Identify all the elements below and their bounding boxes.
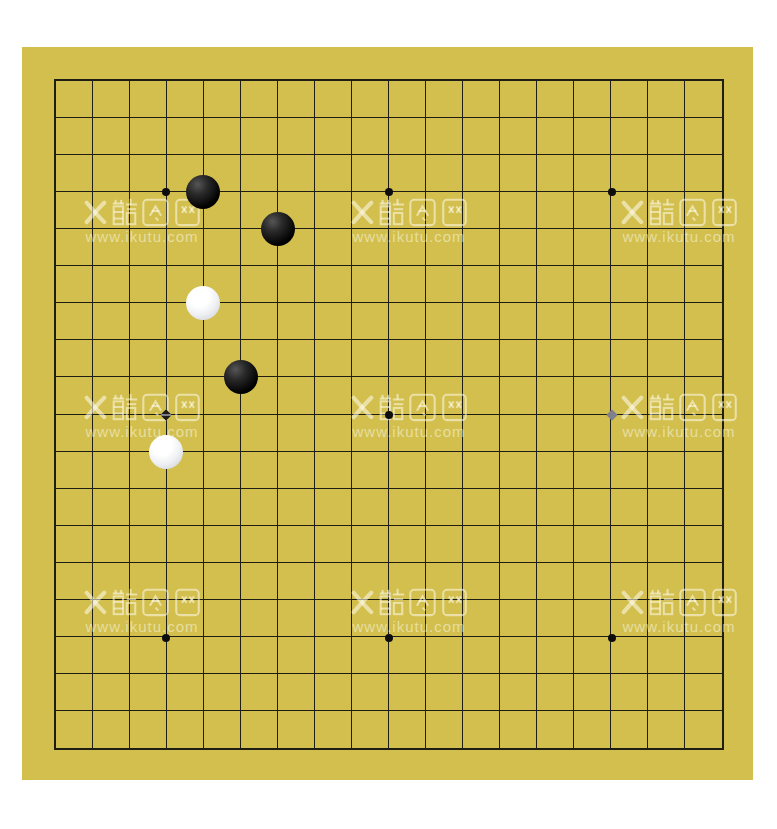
board-cell[interactable] bbox=[500, 600, 537, 637]
board-cell[interactable] bbox=[352, 81, 389, 118]
board-cell[interactable] bbox=[278, 81, 315, 118]
board-cell[interactable] bbox=[426, 563, 463, 600]
board-cell[interactable] bbox=[315, 489, 352, 526]
board-cell[interactable] bbox=[537, 489, 574, 526]
board-cell[interactable] bbox=[167, 340, 204, 377]
board-cell[interactable] bbox=[500, 192, 537, 229]
board-cell[interactable] bbox=[130, 674, 167, 711]
board-cell[interactable] bbox=[426, 674, 463, 711]
board-cell[interactable] bbox=[204, 526, 241, 563]
board-cell[interactable] bbox=[537, 415, 574, 452]
board-cell[interactable] bbox=[463, 489, 500, 526]
board-cell[interactable] bbox=[130, 489, 167, 526]
board-cell[interactable] bbox=[204, 415, 241, 452]
board-cell[interactable] bbox=[685, 563, 722, 600]
board-cell[interactable] bbox=[315, 81, 352, 118]
board-cell[interactable] bbox=[611, 155, 648, 192]
board-cell[interactable] bbox=[611, 600, 648, 637]
board-cell[interactable] bbox=[574, 377, 611, 414]
board-cell[interactable] bbox=[389, 118, 426, 155]
board-cell[interactable] bbox=[574, 674, 611, 711]
board-cell[interactable] bbox=[685, 377, 722, 414]
board-cell[interactable] bbox=[315, 192, 352, 229]
board-cell[interactable] bbox=[315, 563, 352, 600]
board-cell[interactable] bbox=[56, 340, 93, 377]
board-cell[interactable] bbox=[241, 563, 278, 600]
board-cell[interactable] bbox=[56, 415, 93, 452]
board-cell[interactable] bbox=[241, 118, 278, 155]
board-cell[interactable] bbox=[278, 637, 315, 674]
board-cell[interactable] bbox=[352, 415, 389, 452]
board-cell[interactable] bbox=[204, 81, 241, 118]
board-cell[interactable] bbox=[167, 229, 204, 266]
board-cell[interactable] bbox=[204, 118, 241, 155]
board-cell[interactable] bbox=[130, 303, 167, 340]
board-cell[interactable] bbox=[130, 155, 167, 192]
board-cell[interactable] bbox=[93, 340, 130, 377]
board-cell[interactable] bbox=[352, 711, 389, 748]
board-cell[interactable] bbox=[685, 81, 722, 118]
white-stone[interactable] bbox=[149, 435, 183, 469]
board-cell[interactable] bbox=[537, 452, 574, 489]
board-cell[interactable] bbox=[500, 377, 537, 414]
board-cell[interactable] bbox=[685, 711, 722, 748]
board-cell[interactable] bbox=[167, 81, 204, 118]
board-cell[interactable] bbox=[611, 711, 648, 748]
board-cell[interactable] bbox=[648, 526, 685, 563]
board-cell[interactable] bbox=[648, 192, 685, 229]
board-cell[interactable] bbox=[56, 674, 93, 711]
board-cell[interactable] bbox=[574, 266, 611, 303]
board-cell[interactable] bbox=[648, 81, 685, 118]
board-cell[interactable] bbox=[537, 711, 574, 748]
board-cell[interactable] bbox=[611, 303, 648, 340]
board-cell[interactable] bbox=[241, 489, 278, 526]
board-cell[interactable] bbox=[611, 415, 648, 452]
board-cell[interactable] bbox=[352, 452, 389, 489]
board-cell[interactable] bbox=[574, 81, 611, 118]
board-cell[interactable] bbox=[167, 563, 204, 600]
board-cell[interactable] bbox=[389, 377, 426, 414]
board-cell[interactable] bbox=[537, 303, 574, 340]
board-cell[interactable] bbox=[278, 452, 315, 489]
board-cell[interactable] bbox=[426, 229, 463, 266]
board-cell[interactable] bbox=[241, 155, 278, 192]
board-cell[interactable] bbox=[685, 118, 722, 155]
board-cell[interactable] bbox=[130, 266, 167, 303]
board-cell[interactable] bbox=[204, 637, 241, 674]
board-cell[interactable] bbox=[389, 192, 426, 229]
board-cell[interactable] bbox=[167, 377, 204, 414]
board-cell[interactable] bbox=[241, 637, 278, 674]
board-cell[interactable] bbox=[426, 266, 463, 303]
board-cell[interactable] bbox=[167, 118, 204, 155]
board-cell[interactable] bbox=[278, 711, 315, 748]
board-cell[interactable] bbox=[278, 303, 315, 340]
board-cell[interactable] bbox=[241, 303, 278, 340]
board-cell[interactable] bbox=[241, 600, 278, 637]
board-cell[interactable] bbox=[648, 674, 685, 711]
board-cell[interactable] bbox=[685, 674, 722, 711]
board-cell[interactable] bbox=[93, 192, 130, 229]
board-cell[interactable] bbox=[389, 489, 426, 526]
board-cell[interactable] bbox=[463, 340, 500, 377]
board-cell[interactable] bbox=[278, 377, 315, 414]
board-cell[interactable] bbox=[315, 415, 352, 452]
board-cell[interactable] bbox=[500, 489, 537, 526]
board-cell[interactable] bbox=[352, 340, 389, 377]
board-cell[interactable] bbox=[574, 340, 611, 377]
board-cell[interactable] bbox=[352, 377, 389, 414]
board-cell[interactable] bbox=[56, 452, 93, 489]
board-cell[interactable] bbox=[611, 229, 648, 266]
black-stone[interactable] bbox=[186, 175, 220, 209]
board-cell[interactable] bbox=[278, 489, 315, 526]
board-cell[interactable] bbox=[463, 674, 500, 711]
board-cell[interactable] bbox=[241, 452, 278, 489]
board-cell[interactable] bbox=[611, 674, 648, 711]
board-cell[interactable] bbox=[315, 452, 352, 489]
board-cell[interactable] bbox=[389, 563, 426, 600]
board-cell[interactable] bbox=[611, 81, 648, 118]
board-cell[interactable] bbox=[611, 118, 648, 155]
board-cell[interactable] bbox=[426, 600, 463, 637]
board-cell[interactable] bbox=[574, 711, 611, 748]
board-cell[interactable] bbox=[537, 155, 574, 192]
board-cell[interactable] bbox=[56, 229, 93, 266]
board-cell[interactable] bbox=[463, 600, 500, 637]
board-cell[interactable] bbox=[648, 340, 685, 377]
board-cell[interactable] bbox=[352, 118, 389, 155]
board-cell[interactable] bbox=[241, 81, 278, 118]
board-cell[interactable] bbox=[648, 377, 685, 414]
board-cell[interactable] bbox=[56, 711, 93, 748]
board-cell[interactable] bbox=[426, 303, 463, 340]
board-cell[interactable] bbox=[611, 489, 648, 526]
board-cell[interactable] bbox=[426, 377, 463, 414]
black-stone[interactable] bbox=[224, 360, 258, 394]
board-cell[interactable] bbox=[352, 192, 389, 229]
board-cell[interactable] bbox=[241, 526, 278, 563]
board-cell[interactable] bbox=[241, 711, 278, 748]
board-cell[interactable] bbox=[389, 303, 426, 340]
board-cell[interactable] bbox=[463, 155, 500, 192]
board-cell[interactable] bbox=[93, 155, 130, 192]
board-cell[interactable] bbox=[426, 489, 463, 526]
board-cell[interactable] bbox=[537, 192, 574, 229]
board-cell[interactable] bbox=[611, 526, 648, 563]
board-cell[interactable] bbox=[315, 303, 352, 340]
board-cell[interactable] bbox=[685, 637, 722, 674]
board-cell[interactable] bbox=[56, 155, 93, 192]
board-cell[interactable] bbox=[574, 452, 611, 489]
board-cell[interactable] bbox=[685, 415, 722, 452]
board-cell[interactable] bbox=[130, 711, 167, 748]
board-cell[interactable] bbox=[352, 229, 389, 266]
board-cell[interactable] bbox=[648, 600, 685, 637]
board-cell[interactable] bbox=[685, 452, 722, 489]
board-cell[interactable] bbox=[315, 526, 352, 563]
board-cell[interactable] bbox=[463, 452, 500, 489]
board-cell[interactable] bbox=[93, 303, 130, 340]
board-cell[interactable] bbox=[463, 563, 500, 600]
board-cell[interactable] bbox=[204, 563, 241, 600]
board-cell[interactable] bbox=[389, 415, 426, 452]
board-cell[interactable] bbox=[685, 600, 722, 637]
board-cell[interactable] bbox=[426, 452, 463, 489]
board-cell[interactable] bbox=[93, 81, 130, 118]
board-cell[interactable] bbox=[56, 192, 93, 229]
board-cell[interactable] bbox=[167, 637, 204, 674]
board-cell[interactable] bbox=[93, 415, 130, 452]
board-cell[interactable] bbox=[278, 155, 315, 192]
board-cell[interactable] bbox=[611, 637, 648, 674]
board-cell[interactable] bbox=[352, 674, 389, 711]
board-cell[interactable] bbox=[315, 711, 352, 748]
board-cell[interactable] bbox=[130, 526, 167, 563]
board-cell[interactable] bbox=[56, 489, 93, 526]
board-cell[interactable] bbox=[315, 674, 352, 711]
board-cell[interactable] bbox=[648, 563, 685, 600]
board-cell[interactable] bbox=[574, 118, 611, 155]
board-cell[interactable] bbox=[130, 118, 167, 155]
board-cell[interactable] bbox=[500, 711, 537, 748]
board-cell[interactable] bbox=[315, 637, 352, 674]
board-cell[interactable] bbox=[93, 377, 130, 414]
board-cell[interactable] bbox=[463, 266, 500, 303]
board-cell[interactable] bbox=[685, 155, 722, 192]
board-cell[interactable] bbox=[537, 674, 574, 711]
board-cell[interactable] bbox=[204, 489, 241, 526]
board-cell[interactable] bbox=[426, 81, 463, 118]
board-cell[interactable] bbox=[93, 489, 130, 526]
board-cell[interactable] bbox=[611, 377, 648, 414]
board-cell[interactable] bbox=[315, 600, 352, 637]
board-cell[interactable] bbox=[537, 229, 574, 266]
board-cell[interactable] bbox=[611, 340, 648, 377]
board-cell[interactable] bbox=[500, 637, 537, 674]
board-cell[interactable] bbox=[648, 229, 685, 266]
board-cell[interactable] bbox=[278, 340, 315, 377]
board-cell[interactable] bbox=[574, 229, 611, 266]
board-cell[interactable] bbox=[167, 489, 204, 526]
board-cell[interactable] bbox=[648, 303, 685, 340]
board-cell[interactable] bbox=[167, 711, 204, 748]
board-cell[interactable] bbox=[278, 600, 315, 637]
board-cell[interactable] bbox=[574, 526, 611, 563]
board-cell[interactable] bbox=[130, 600, 167, 637]
board-cell[interactable] bbox=[685, 303, 722, 340]
board-cell[interactable] bbox=[204, 711, 241, 748]
board-cell[interactable] bbox=[500, 155, 537, 192]
board-cell[interactable] bbox=[463, 192, 500, 229]
board-cell[interactable] bbox=[93, 711, 130, 748]
board-cell[interactable] bbox=[315, 266, 352, 303]
board-cell[interactable] bbox=[500, 526, 537, 563]
board-cell[interactable] bbox=[389, 674, 426, 711]
board-cell[interactable] bbox=[648, 155, 685, 192]
board-cell[interactable] bbox=[93, 266, 130, 303]
board-cell[interactable] bbox=[93, 452, 130, 489]
board-cell[interactable] bbox=[352, 155, 389, 192]
board-cell[interactable] bbox=[204, 452, 241, 489]
board-cell[interactable] bbox=[352, 600, 389, 637]
board-cell[interactable] bbox=[500, 266, 537, 303]
board-cell[interactable] bbox=[574, 192, 611, 229]
board-cell[interactable] bbox=[426, 192, 463, 229]
board-cell[interactable] bbox=[167, 526, 204, 563]
board-cell[interactable] bbox=[463, 303, 500, 340]
board-cell[interactable] bbox=[500, 340, 537, 377]
board-cell[interactable] bbox=[130, 192, 167, 229]
board-cell[interactable] bbox=[574, 489, 611, 526]
board-cell[interactable] bbox=[648, 415, 685, 452]
board-cell[interactable] bbox=[463, 711, 500, 748]
board-cell[interactable] bbox=[685, 192, 722, 229]
board-cell[interactable] bbox=[537, 118, 574, 155]
board-cell[interactable] bbox=[130, 81, 167, 118]
board-cell[interactable] bbox=[611, 452, 648, 489]
board-cell[interactable] bbox=[500, 81, 537, 118]
board-cell[interactable] bbox=[352, 266, 389, 303]
board-cell[interactable] bbox=[93, 637, 130, 674]
white-stone[interactable] bbox=[186, 286, 220, 320]
board-cell[interactable] bbox=[537, 600, 574, 637]
board-cell[interactable] bbox=[389, 711, 426, 748]
board-cell[interactable] bbox=[315, 340, 352, 377]
board-cell[interactable] bbox=[685, 266, 722, 303]
board-cell[interactable] bbox=[648, 711, 685, 748]
board-cell[interactable] bbox=[389, 452, 426, 489]
board-cell[interactable] bbox=[241, 415, 278, 452]
board-cell[interactable] bbox=[463, 415, 500, 452]
board-cell[interactable] bbox=[648, 637, 685, 674]
board-cell[interactable] bbox=[56, 81, 93, 118]
board-cell[interactable] bbox=[352, 637, 389, 674]
board-cell[interactable] bbox=[130, 340, 167, 377]
board-cell[interactable] bbox=[93, 526, 130, 563]
board-cell[interactable] bbox=[315, 377, 352, 414]
board-cell[interactable] bbox=[500, 118, 537, 155]
board-cell[interactable] bbox=[278, 563, 315, 600]
board-cell[interactable] bbox=[56, 563, 93, 600]
board-cell[interactable] bbox=[574, 155, 611, 192]
board-cell[interactable] bbox=[93, 229, 130, 266]
board-cell[interactable] bbox=[537, 377, 574, 414]
board-cell[interactable] bbox=[93, 674, 130, 711]
board-cell[interactable] bbox=[93, 563, 130, 600]
board-cell[interactable] bbox=[167, 600, 204, 637]
board-cell[interactable] bbox=[648, 266, 685, 303]
board-cell[interactable] bbox=[426, 526, 463, 563]
board-cell[interactable] bbox=[389, 266, 426, 303]
board-cell[interactable] bbox=[56, 377, 93, 414]
board-cell[interactable] bbox=[685, 526, 722, 563]
board-cell[interactable] bbox=[426, 340, 463, 377]
board-cell[interactable] bbox=[574, 600, 611, 637]
board-cell[interactable] bbox=[389, 637, 426, 674]
board-cell[interactable] bbox=[130, 637, 167, 674]
board-cell[interactable] bbox=[611, 266, 648, 303]
board-cell[interactable] bbox=[426, 637, 463, 674]
board-cell[interactable] bbox=[611, 563, 648, 600]
board-cell[interactable] bbox=[56, 637, 93, 674]
board-cell[interactable] bbox=[685, 489, 722, 526]
board-cell[interactable] bbox=[537, 526, 574, 563]
board-cell[interactable] bbox=[648, 489, 685, 526]
board-cell[interactable] bbox=[463, 526, 500, 563]
board-cell[interactable] bbox=[315, 155, 352, 192]
board-cell[interactable] bbox=[500, 452, 537, 489]
board-cell[interactable] bbox=[389, 81, 426, 118]
board-cell[interactable] bbox=[463, 229, 500, 266]
board-cell[interactable] bbox=[648, 452, 685, 489]
board-cell[interactable] bbox=[241, 674, 278, 711]
board-cell[interactable] bbox=[204, 229, 241, 266]
board-cell[interactable] bbox=[278, 266, 315, 303]
board-cell[interactable] bbox=[500, 563, 537, 600]
board-cell[interactable] bbox=[463, 377, 500, 414]
board-cell[interactable] bbox=[389, 526, 426, 563]
board-cell[interactable] bbox=[315, 118, 352, 155]
board-cell[interactable] bbox=[56, 600, 93, 637]
board-cell[interactable] bbox=[352, 563, 389, 600]
board-cell[interactable] bbox=[426, 415, 463, 452]
board-cell[interactable] bbox=[56, 303, 93, 340]
board-cell[interactable] bbox=[130, 229, 167, 266]
board-cell[interactable] bbox=[93, 600, 130, 637]
board-cell[interactable] bbox=[204, 674, 241, 711]
board-cell[interactable] bbox=[315, 229, 352, 266]
board-cell[interactable] bbox=[426, 155, 463, 192]
board-cell[interactable] bbox=[389, 600, 426, 637]
board-cell[interactable] bbox=[389, 340, 426, 377]
board-cell[interactable] bbox=[167, 674, 204, 711]
board-cell[interactable] bbox=[537, 637, 574, 674]
board-cell[interactable] bbox=[278, 526, 315, 563]
board-cell[interactable] bbox=[500, 229, 537, 266]
board-cell[interactable] bbox=[574, 415, 611, 452]
board-cell[interactable] bbox=[426, 711, 463, 748]
board-cell[interactable] bbox=[241, 266, 278, 303]
board-cell[interactable] bbox=[389, 155, 426, 192]
board-cell[interactable] bbox=[500, 674, 537, 711]
board-cell[interactable] bbox=[130, 563, 167, 600]
board-grid[interactable] bbox=[54, 79, 724, 750]
board-cell[interactable] bbox=[278, 674, 315, 711]
board-cell[interactable] bbox=[278, 118, 315, 155]
board-cell[interactable] bbox=[685, 229, 722, 266]
board-cell[interactable] bbox=[648, 118, 685, 155]
board-cell[interactable] bbox=[204, 600, 241, 637]
board-cell[interactable] bbox=[611, 192, 648, 229]
board-cell[interactable] bbox=[537, 266, 574, 303]
board-cell[interactable] bbox=[574, 563, 611, 600]
board-cell[interactable] bbox=[352, 303, 389, 340]
board-cell[interactable] bbox=[56, 118, 93, 155]
board-cell[interactable] bbox=[278, 415, 315, 452]
board-cell[interactable] bbox=[130, 377, 167, 414]
board-cell[interactable] bbox=[463, 637, 500, 674]
board-cell[interactable] bbox=[463, 81, 500, 118]
board-cell[interactable] bbox=[537, 81, 574, 118]
board-cell[interactable] bbox=[426, 118, 463, 155]
board-cell[interactable] bbox=[574, 637, 611, 674]
board-cell[interactable] bbox=[685, 340, 722, 377]
board-cell[interactable] bbox=[352, 526, 389, 563]
board-cell[interactable] bbox=[537, 563, 574, 600]
black-stone[interactable] bbox=[261, 212, 295, 246]
